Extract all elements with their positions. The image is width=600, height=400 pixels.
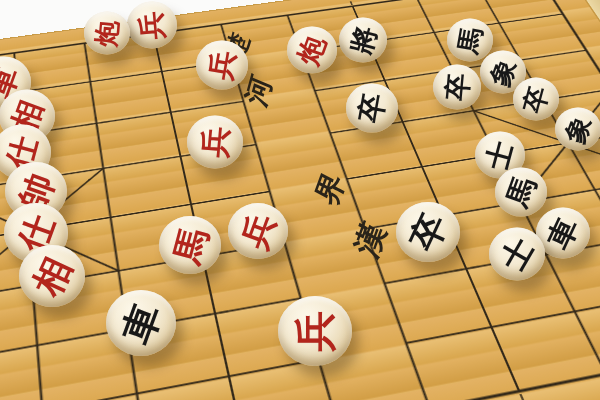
piece-glyph-將: 將 (346, 23, 379, 56)
piece-red-soldier[interactable]: 兵 (278, 296, 352, 366)
piece-black-soldier[interactable]: 卒 (513, 78, 559, 121)
piece-glyph-士: 士 (483, 138, 517, 172)
piece-red-cannon[interactable]: 炮 (84, 12, 130, 55)
piece-black-soldier[interactable]: 卒 (433, 65, 481, 110)
piece-glyph-兵: 兵 (295, 311, 336, 352)
piece-red-soldier[interactable]: 兵 (127, 2, 177, 49)
piece-glyph-卒: 卒 (355, 91, 389, 125)
piece-black-soldier[interactable]: 卒 (346, 84, 398, 133)
piece-glyph-兵: 兵 (137, 10, 167, 40)
piece-black-horse[interactable]: 馬 (495, 168, 547, 217)
piece-black-soldier[interactable]: 卒 (396, 202, 460, 262)
piece-glyph-馬: 馬 (502, 173, 539, 210)
piece-black-horse[interactable]: 馬 (447, 19, 493, 62)
piece-glyph-士: 士 (496, 233, 538, 275)
piece-glyph-卒: 卒 (520, 83, 552, 115)
piece-glyph-炮: 炮 (294, 32, 330, 68)
xiangqi-photo-scene: 楚河界漢 炮兵兵炮將馬象卒卒卒象兵士車相仕帥仕相馬車士馬兵卒兵車 (0, 0, 600, 400)
piece-glyph-卒: 卒 (442, 72, 471, 101)
piece-glyph-車: 車 (543, 213, 583, 253)
piece-red-soldier[interactable]: 兵 (196, 41, 248, 90)
piece-black-chariot[interactable]: 車 (106, 290, 176, 356)
piece-glyph-兵: 兵 (205, 48, 239, 82)
piece-glyph-馬: 馬 (169, 224, 212, 267)
piece-red-soldier[interactable]: 兵 (228, 203, 288, 259)
piece-red-horse[interactable]: 馬 (159, 216, 221, 274)
piece-black-advisor[interactable]: 士 (489, 228, 545, 281)
piece-black-elephant[interactable]: 象 (555, 108, 600, 151)
piece-glyph-象: 象 (561, 112, 594, 145)
piece-glyph-馬: 馬 (455, 25, 485, 55)
piece-glyph-象: 象 (486, 55, 519, 88)
piece-glyph-卒: 卒 (404, 208, 452, 256)
piece-glyph-兵: 兵 (198, 125, 232, 159)
piece-glyph-車: 車 (116, 298, 166, 348)
piece-glyph-兵: 兵 (236, 209, 280, 253)
piece-red-elephant[interactable]: 相 (19, 245, 85, 307)
piece-glyph-相: 相 (27, 251, 76, 300)
piece-red-soldier[interactable]: 兵 (187, 116, 243, 169)
piece-red-cannon[interactable]: 炮 (287, 27, 337, 74)
piece-black-general[interactable]: 將 (339, 18, 387, 63)
piece-glyph-炮: 炮 (93, 19, 121, 47)
